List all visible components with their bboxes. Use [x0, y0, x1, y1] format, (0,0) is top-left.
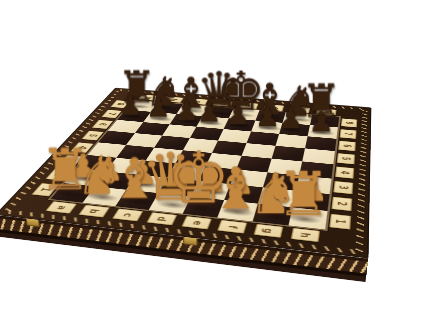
coordinate-plaque-2: 2 — [331, 196, 352, 210]
coordinate-label: g — [295, 108, 304, 111]
coordinate-plaque-f: f — [217, 219, 247, 233]
coordinate-plaque-1: 1 — [329, 213, 351, 229]
black-pawn-piece: ♟ — [118, 92, 142, 119]
coordinate-label: a — [54, 204, 68, 209]
coordinate-label: 3 — [337, 185, 348, 190]
coordinate-plaque-8: 8 — [340, 118, 356, 127]
coordinate-label: 7 — [343, 132, 353, 135]
coordinate-label: e — [189, 219, 203, 225]
coordinate-label: 6 — [97, 122, 108, 125]
coordinate-label: f — [225, 224, 238, 228]
wooden-chess-set-photo: abcdefgh abcdefgh 87654321 87654321 ♜♞♝♛… — [0, 0, 423, 318]
coordinate-plaque-b: b — [78, 204, 109, 217]
coordinate-label: d — [218, 102, 228, 105]
perspective-wrapper: abcdefgh abcdefgh 87654321 87654321 ♜♞♝♛… — [0, 0, 423, 318]
coordinate-label: c — [120, 212, 133, 217]
coordinate-label: h — [298, 231, 311, 237]
coordinate-label: 2 — [335, 201, 347, 206]
coordinate-label: 1 — [333, 218, 346, 224]
coordinate-label: 6 — [341, 144, 351, 148]
coordinate-label: h — [321, 110, 330, 113]
piece-cell-h1: ♜ — [284, 206, 323, 228]
coordinate-label: a — [143, 96, 153, 99]
coordinate-plaque-a: a — [45, 201, 77, 213]
coordinate-label: f — [269, 106, 278, 108]
piece-cell-e7: ♟ — [223, 118, 255, 131]
coordinate-plaque-c: c — [112, 208, 143, 221]
coordinate-label: g — [261, 227, 274, 233]
coordinate-label: 8 — [344, 121, 353, 124]
coordinate-plaque-d: d — [146, 212, 177, 225]
coordinate-label: d — [154, 215, 168, 221]
coordinate-plaque-4: 4 — [334, 166, 353, 178]
brass-hinge-left — [25, 215, 40, 227]
coordinate-label: 5 — [340, 156, 351, 160]
coordinate-label: b — [168, 98, 178, 101]
coordinate-label: 7 — [106, 112, 116, 115]
coordinate-label: e — [243, 104, 252, 107]
piece-cell-h7: ♟ — [306, 125, 336, 139]
coordinate-label: b — [87, 208, 101, 213]
coordinate-label: 4 — [339, 170, 350, 174]
coordinate-plaque-e: e — [181, 216, 211, 229]
coordinate-plaque-g: g — [253, 223, 283, 237]
piece-cell-g7: ♟ — [276, 122, 307, 136]
white-rook-piece: ♜ — [276, 164, 330, 224]
coordinate-plaque-6: 6 — [338, 140, 356, 151]
coordinate-plaque-h: h — [290, 227, 319, 241]
brass-hinge-middle — [183, 233, 198, 245]
chess-board: abcdefgh abcdefgh 87654321 87654321 ♜♞♝♛… — [0, 87, 371, 258]
coordinate-label: 8 — [115, 102, 125, 105]
coordinate-label: c — [193, 100, 202, 102]
coordinate-plaque-5: 5 — [336, 153, 354, 164]
coordinate-plaque-3: 3 — [333, 181, 353, 194]
coordinate-plaque-7: 7 — [339, 129, 356, 139]
